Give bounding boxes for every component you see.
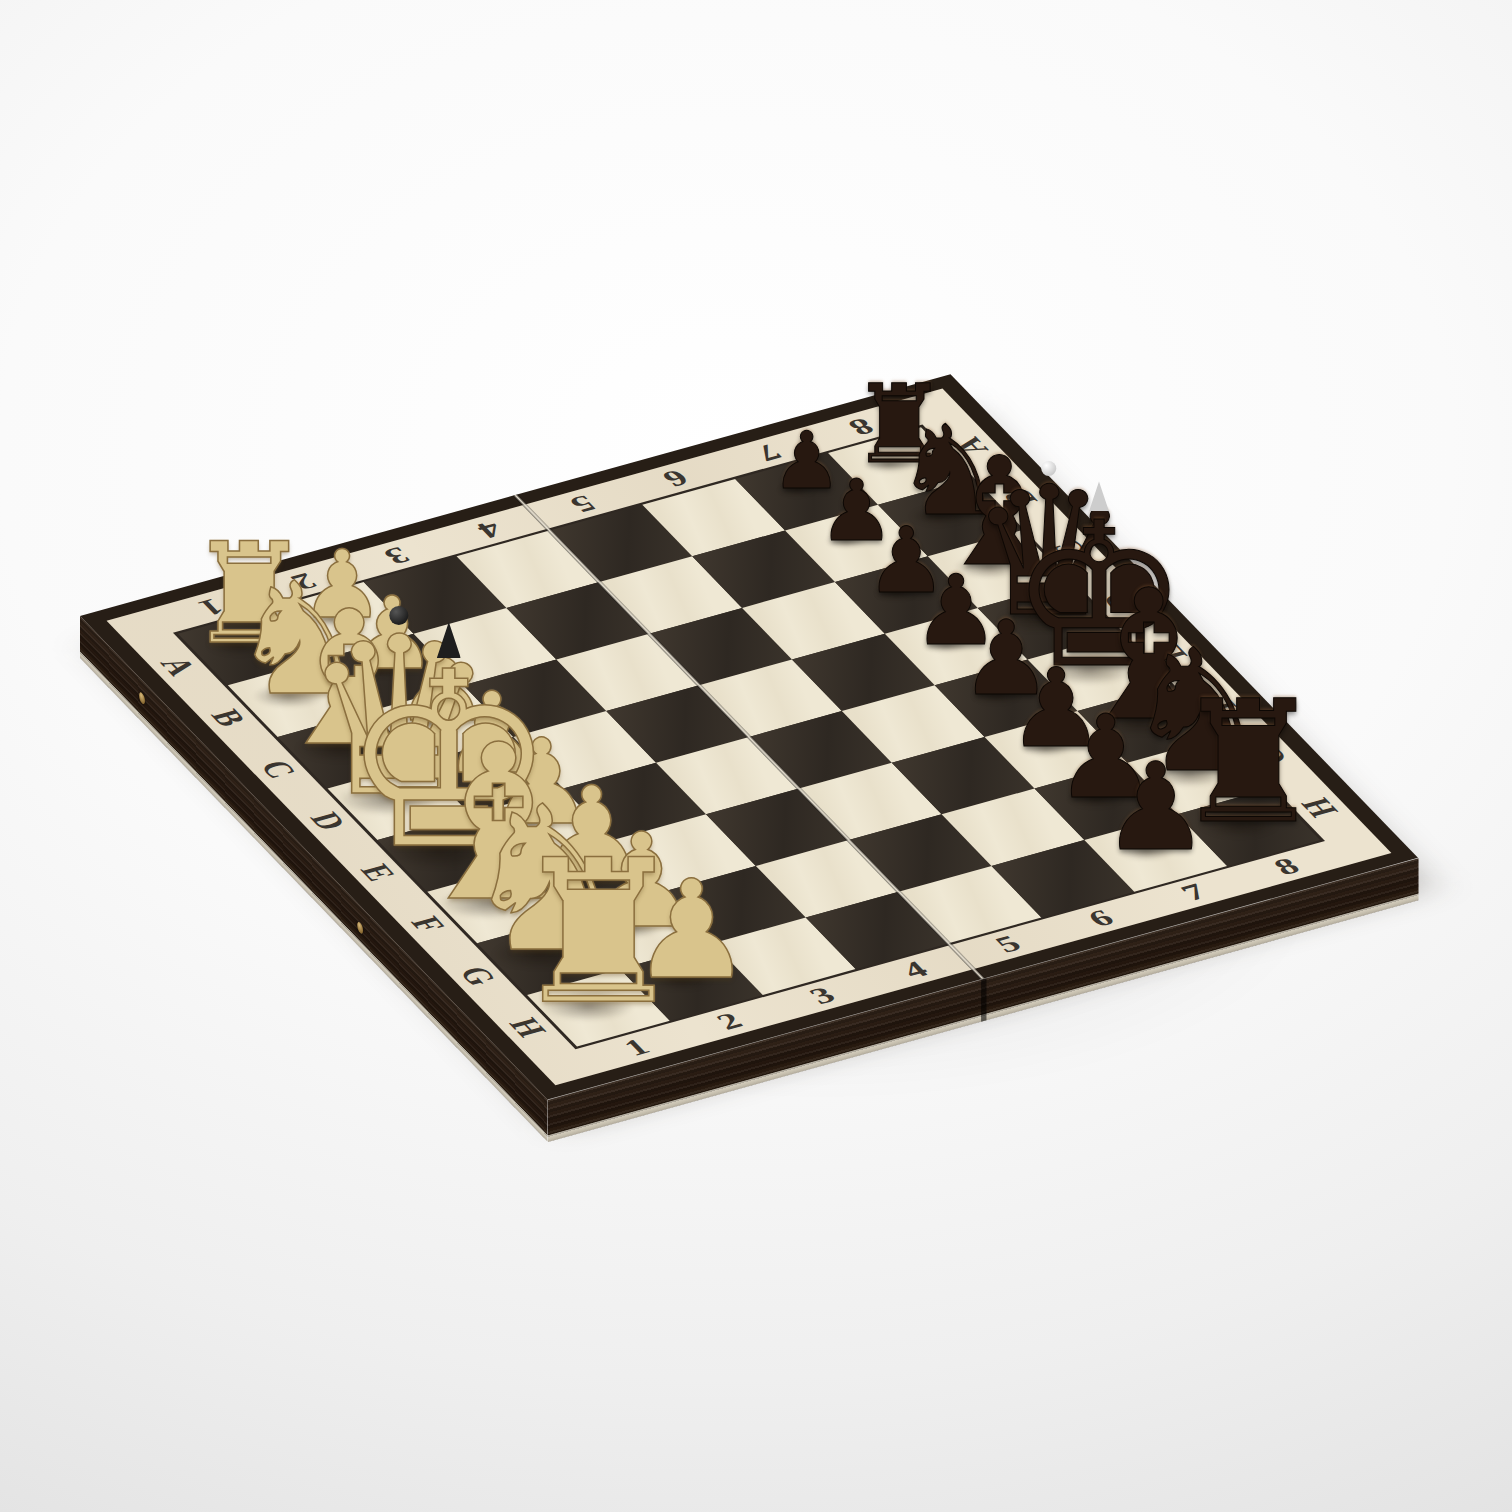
- hinge-screw: [357, 920, 363, 936]
- piece-white-rook-h1[interactable]: ♜: [510, 834, 688, 1032]
- fold-seam-edge: [981, 978, 986, 1022]
- finial-cone: [1089, 481, 1109, 511]
- finial-ball: [1042, 461, 1057, 476]
- hinge-screw: [139, 690, 145, 706]
- finial-cone: [437, 622, 461, 658]
- chess-photo-scene: AABBCCDDEEFFGGHH1122334455667788 ♜♞♝♛♚♝♞…: [0, 0, 1512, 1512]
- piece-black-pawn-h7[interactable]: ♟: [1102, 747, 1210, 868]
